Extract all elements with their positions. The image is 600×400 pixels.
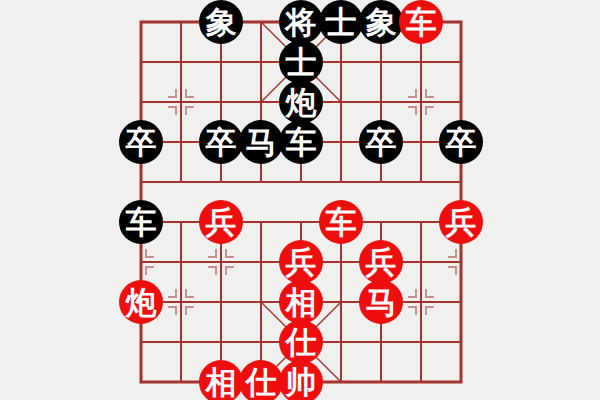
piece-red-elephant[interactable]: 相: [279, 280, 323, 324]
piece-red-chariot[interactable]: 车: [399, 0, 443, 44]
piece-red-soldier[interactable]: 兵: [279, 240, 323, 284]
piece-black-soldier[interactable]: 卒: [359, 120, 403, 164]
piece-black-advisor[interactable]: 士: [319, 0, 363, 44]
piece-red-chariot[interactable]: 车: [319, 200, 363, 244]
piece-black-horse[interactable]: 马: [239, 120, 283, 164]
piece-red-elephant[interactable]: 相: [199, 360, 243, 400]
piece-red-advisor[interactable]: 仕: [279, 320, 323, 364]
piece-red-horse[interactable]: 马: [359, 280, 403, 324]
piece-black-soldier[interactable]: 卒: [199, 120, 243, 164]
piece-red-advisor[interactable]: 仕: [239, 360, 283, 400]
pieces-layer: 象将士象车士炮卒卒马车卒卒车兵车兵兵兵炮相马仕相仕帅: [121, 2, 481, 400]
piece-red-general[interactable]: 帅: [279, 360, 323, 400]
piece-black-chariot[interactable]: 车: [279, 120, 323, 164]
piece-red-cannon[interactable]: 炮: [119, 280, 163, 324]
piece-black-general[interactable]: 将: [279, 0, 323, 44]
piece-black-elephant[interactable]: 象: [199, 0, 243, 44]
piece-black-chariot[interactable]: 车: [119, 200, 163, 244]
piece-red-soldier[interactable]: 兵: [359, 240, 403, 284]
piece-black-advisor[interactable]: 士: [279, 40, 323, 84]
app-background: 象将士象车士炮卒卒马车卒卒车兵车兵兵兵炮相马仕相仕帅: [0, 0, 600, 400]
piece-black-soldier[interactable]: 卒: [119, 120, 163, 164]
piece-black-soldier[interactable]: 卒: [439, 120, 483, 164]
piece-red-soldier[interactable]: 兵: [439, 200, 483, 244]
piece-black-cannon[interactable]: 炮: [279, 80, 323, 124]
piece-black-elephant[interactable]: 象: [359, 0, 403, 44]
piece-red-soldier[interactable]: 兵: [199, 200, 243, 244]
